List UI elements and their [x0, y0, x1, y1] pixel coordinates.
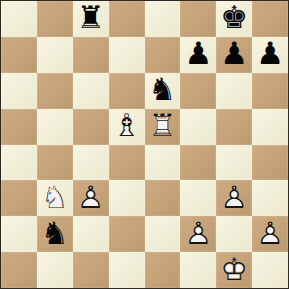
- square-d4[interactable]: [109, 145, 145, 181]
- piece-black-rook[interactable]: ♜: [73, 1, 109, 37]
- square-g3[interactable]: ♟♙: [216, 180, 252, 216]
- square-a5[interactable]: [1, 109, 37, 145]
- piece-black-pawn[interactable]: ♟: [180, 37, 216, 73]
- black-knight-glyph: ♞: [37, 215, 73, 251]
- black-pawn-glyph: ♟: [216, 36, 252, 72]
- black-king-glyph: ♚: [216, 0, 252, 36]
- white-pawn-outline-glyph: ♙: [73, 179, 109, 215]
- square-h6[interactable]: [252, 73, 288, 109]
- square-b8[interactable]: [37, 1, 73, 37]
- piece-white-pawn[interactable]: ♟♙: [180, 216, 216, 252]
- square-e2[interactable]: [145, 216, 181, 252]
- square-g7[interactable]: ♟: [216, 37, 252, 73]
- square-d6[interactable]: [109, 73, 145, 109]
- square-h3[interactable]: [252, 180, 288, 216]
- piece-white-rook[interactable]: ♜♖: [145, 109, 181, 145]
- square-h8[interactable]: [252, 1, 288, 37]
- square-a2[interactable]: [1, 216, 37, 252]
- square-d2[interactable]: [109, 216, 145, 252]
- black-rook-glyph: ♜: [73, 0, 109, 36]
- square-b6[interactable]: [37, 73, 73, 109]
- piece-white-pawn[interactable]: ♟♙: [73, 180, 109, 216]
- square-c7[interactable]: [73, 37, 109, 73]
- piece-white-knight[interactable]: ♞♘: [37, 180, 73, 216]
- square-d8[interactable]: [109, 1, 145, 37]
- square-f2[interactable]: ♟♙: [180, 216, 216, 252]
- square-b4[interactable]: [37, 145, 73, 181]
- chess-diagram: ♜♚♟♟♟♞♝♗♜♖♞♘♟♙♟♙♞♟♙♟♙♚♔: [0, 0, 289, 289]
- square-e6[interactable]: ♞: [145, 73, 181, 109]
- square-e8[interactable]: [145, 1, 181, 37]
- square-c2[interactable]: [73, 216, 109, 252]
- square-c8[interactable]: ♜: [73, 1, 109, 37]
- square-f3[interactable]: [180, 180, 216, 216]
- white-pawn-outline-glyph: ♙: [216, 179, 252, 215]
- square-a3[interactable]: [1, 180, 37, 216]
- square-b2[interactable]: ♞: [37, 216, 73, 252]
- square-f6[interactable]: [180, 73, 216, 109]
- square-e1[interactable]: [145, 252, 181, 288]
- square-c6[interactable]: [73, 73, 109, 109]
- square-f4[interactable]: [180, 145, 216, 181]
- square-a4[interactable]: [1, 145, 37, 181]
- square-b5[interactable]: [37, 109, 73, 145]
- chess-board: ♜♚♟♟♟♞♝♗♜♖♞♘♟♙♟♙♞♟♙♟♙♚♔: [0, 0, 289, 289]
- piece-black-pawn[interactable]: ♟: [216, 37, 252, 73]
- piece-black-pawn[interactable]: ♟: [252, 37, 288, 73]
- square-g4[interactable]: [216, 145, 252, 181]
- piece-black-knight[interactable]: ♞: [145, 73, 181, 109]
- piece-white-pawn[interactable]: ♟♙: [216, 180, 252, 216]
- square-g5[interactable]: [216, 109, 252, 145]
- square-h4[interactable]: [252, 145, 288, 181]
- square-d1[interactable]: [109, 252, 145, 288]
- white-pawn-outline-glyph: ♙: [252, 215, 288, 251]
- black-pawn-glyph: ♟: [180, 36, 216, 72]
- square-d5[interactable]: ♝♗: [109, 109, 145, 145]
- square-h1[interactable]: [252, 252, 288, 288]
- square-h2[interactable]: ♟♙: [252, 216, 288, 252]
- square-f8[interactable]: [180, 1, 216, 37]
- white-bishop-outline-glyph: ♗: [109, 108, 145, 144]
- square-b7[interactable]: [37, 37, 73, 73]
- piece-white-bishop[interactable]: ♝♗: [109, 109, 145, 145]
- square-c4[interactable]: [73, 145, 109, 181]
- square-e7[interactable]: [145, 37, 181, 73]
- square-d7[interactable]: [109, 37, 145, 73]
- square-e3[interactable]: [145, 180, 181, 216]
- square-h7[interactable]: ♟: [252, 37, 288, 73]
- black-pawn-glyph: ♟: [252, 36, 288, 72]
- square-f1[interactable]: [180, 252, 216, 288]
- square-g6[interactable]: [216, 73, 252, 109]
- square-f5[interactable]: [180, 109, 216, 145]
- white-pawn-outline-glyph: ♙: [180, 215, 216, 251]
- square-g8[interactable]: ♚: [216, 1, 252, 37]
- square-a8[interactable]: [1, 1, 37, 37]
- piece-white-pawn[interactable]: ♟♙: [252, 216, 288, 252]
- square-f7[interactable]: ♟: [180, 37, 216, 73]
- square-a6[interactable]: [1, 73, 37, 109]
- square-a1[interactable]: [1, 252, 37, 288]
- square-d3[interactable]: [109, 180, 145, 216]
- square-a7[interactable]: [1, 37, 37, 73]
- square-c5[interactable]: [73, 109, 109, 145]
- square-b3[interactable]: ♞♘: [37, 180, 73, 216]
- piece-black-knight[interactable]: ♞: [37, 216, 73, 252]
- white-rook-outline-glyph: ♖: [145, 108, 181, 144]
- square-c3[interactable]: ♟♙: [73, 180, 109, 216]
- square-c1[interactable]: [73, 252, 109, 288]
- white-knight-outline-glyph: ♘: [37, 179, 73, 215]
- piece-black-king[interactable]: ♚: [216, 1, 252, 37]
- square-e5[interactable]: ♜♖: [145, 109, 181, 145]
- square-h5[interactable]: [252, 109, 288, 145]
- square-g2[interactable]: [216, 216, 252, 252]
- square-e4[interactable]: [145, 145, 181, 181]
- square-g1[interactable]: ♚♔: [216, 252, 252, 288]
- square-b1[interactable]: [37, 252, 73, 288]
- white-king-outline-glyph: ♔: [216, 251, 252, 287]
- black-knight-glyph: ♞: [145, 72, 181, 108]
- piece-white-king[interactable]: ♚♔: [216, 252, 252, 288]
